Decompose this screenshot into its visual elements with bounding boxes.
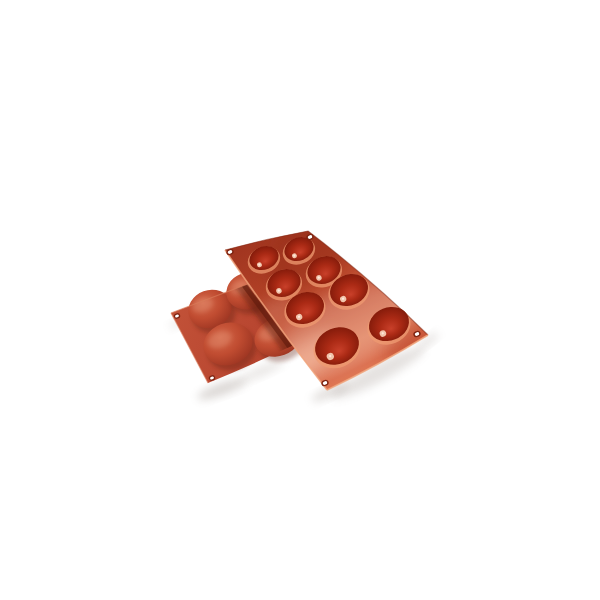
product-photo <box>0 0 600 600</box>
product-photo-svg <box>0 0 600 600</box>
